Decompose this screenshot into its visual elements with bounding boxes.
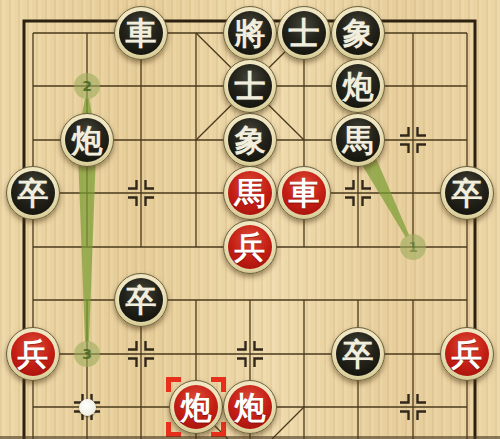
piece-red-chariot[interactable]: 車: [277, 166, 331, 220]
piece-black-chariot[interactable]: 車: [114, 6, 168, 60]
badge-label: 3: [82, 346, 92, 362]
piece-glyph: 將: [228, 11, 272, 55]
piece-black-cannon[interactable]: 炮: [60, 113, 114, 167]
piece-black-advisor[interactable]: 士: [277, 6, 331, 60]
piece-glyph: 兵: [445, 332, 489, 376]
piece-black-soldier[interactable]: 卒: [440, 166, 494, 220]
piece-glyph: 士: [228, 64, 272, 108]
piece-glyph: 象: [228, 118, 272, 162]
selection-corner-icon: [166, 377, 181, 392]
piece-black-soldier[interactable]: 卒: [114, 273, 168, 327]
piece-black-elephant[interactable]: 象: [223, 113, 277, 167]
badge-label: 1: [408, 239, 418, 255]
piece-glyph: 卒: [336, 332, 380, 376]
piece-black-soldier[interactable]: 卒: [331, 327, 385, 381]
piece-glyph: 卒: [119, 278, 163, 322]
piece-red-cannon[interactable]: 炮: [223, 380, 277, 434]
piece-glyph: 車: [119, 11, 163, 55]
selection-corner-icon: [166, 422, 181, 437]
piece-black-advisor[interactable]: 士: [223, 59, 277, 113]
move-target-badge-3[interactable]: 3: [74, 341, 100, 367]
piece-black-soldier[interactable]: 卒: [6, 166, 60, 220]
piece-glyph: 馬: [228, 171, 272, 215]
piece-black-horse[interactable]: 馬: [331, 113, 385, 167]
piece-glyph: 卒: [11, 171, 55, 215]
selection-corner-icon: [211, 377, 226, 392]
piece-glyph: 炮: [174, 385, 218, 429]
piece-glyph: 炮: [65, 118, 109, 162]
last-move-origin-dot: [79, 399, 96, 416]
piece-glyph: 車: [282, 171, 326, 215]
piece-glyph: 炮: [228, 385, 272, 429]
selection-corner-icon: [211, 422, 226, 437]
piece-black-general[interactable]: 將: [223, 6, 277, 60]
piece-red-cannon[interactable]: 炮: [169, 380, 223, 434]
badge-label: 2: [82, 78, 92, 94]
piece-red-soldier[interactable]: 兵: [223, 220, 277, 274]
piece-glyph: 炮: [336, 64, 380, 108]
piece-glyph: 兵: [11, 332, 55, 376]
piece-glyph: 卒: [445, 171, 489, 215]
piece-black-elephant[interactable]: 象: [331, 6, 385, 60]
piece-glyph: 馬: [336, 118, 380, 162]
piece-glyph: 兵: [228, 225, 272, 269]
xiangqi-board[interactable]: 123車將士象士炮炮象馬卒卒馬車兵卒兵卒兵炮炮: [0, 0, 500, 439]
piece-red-horse[interactable]: 馬: [223, 166, 277, 220]
board-overlay: 123車將士象士炮炮象馬卒卒馬車兵卒兵卒兵炮炮: [0, 0, 500, 439]
piece-black-cannon[interactable]: 炮: [331, 59, 385, 113]
piece-red-soldier[interactable]: 兵: [6, 327, 60, 381]
move-target-badge-2[interactable]: 2: [74, 73, 100, 99]
piece-glyph: 士: [282, 11, 326, 55]
move-target-badge-1[interactable]: 1: [400, 234, 426, 260]
piece-red-soldier[interactable]: 兵: [440, 327, 494, 381]
piece-glyph: 象: [336, 11, 380, 55]
